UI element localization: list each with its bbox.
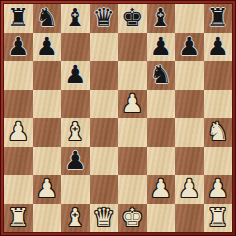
square-e3[interactable] <box>118 147 147 176</box>
piece-white-bishop[interactable]: ♝ <box>64 118 86 146</box>
square-c7[interactable] <box>61 33 90 62</box>
piece-black-queen[interactable]: ♛ <box>93 4 115 32</box>
square-f5[interactable] <box>147 90 176 119</box>
square-c4[interactable]: ♝ <box>61 118 90 147</box>
square-b1[interactable] <box>33 204 62 233</box>
square-d8[interactable]: ♛ <box>90 4 119 33</box>
square-a3[interactable] <box>4 147 33 176</box>
square-f3[interactable] <box>147 147 176 176</box>
square-d4[interactable] <box>90 118 119 147</box>
square-b6[interactable] <box>33 61 62 90</box>
square-d5[interactable] <box>90 90 119 119</box>
piece-white-knight[interactable]: ♞ <box>207 118 229 146</box>
piece-white-pawn[interactable]: ♟ <box>150 175 172 203</box>
board-frame: ♜♞♝♛♚♝♜♟♟♟♟♟♟♞♟♟♝♞♟♟♟♟♟♜♝♛♚♜ <box>0 0 236 236</box>
square-c5[interactable] <box>61 90 90 119</box>
piece-black-pawn[interactable]: ♟ <box>178 33 200 61</box>
piece-black-knight[interactable]: ♞ <box>150 61 172 89</box>
square-c1[interactable]: ♝ <box>61 204 90 233</box>
piece-black-rook[interactable]: ♜ <box>7 4 29 32</box>
chess-board: ♜♞♝♛♚♝♜♟♟♟♟♟♟♞♟♟♝♞♟♟♟♟♟♜♝♛♚♜ <box>4 4 232 232</box>
square-e4[interactable] <box>118 118 147 147</box>
square-f4[interactable] <box>147 118 176 147</box>
square-e1[interactable]: ♚ <box>118 204 147 233</box>
piece-black-bishop[interactable]: ♝ <box>150 4 172 32</box>
square-h4[interactable]: ♞ <box>204 118 233 147</box>
square-a5[interactable] <box>4 90 33 119</box>
square-g2[interactable]: ♟ <box>175 175 204 204</box>
piece-black-pawn[interactable]: ♟ <box>207 33 229 61</box>
piece-black-pawn[interactable]: ♟ <box>36 33 58 61</box>
piece-white-pawn[interactable]: ♟ <box>36 175 58 203</box>
piece-black-knight[interactable]: ♞ <box>36 4 58 32</box>
piece-black-pawn[interactable]: ♟ <box>150 33 172 61</box>
square-a2[interactable] <box>4 175 33 204</box>
square-h3[interactable] <box>204 147 233 176</box>
piece-white-rook[interactable]: ♜ <box>207 204 229 232</box>
piece-black-rook[interactable]: ♜ <box>207 4 229 32</box>
piece-white-rook[interactable]: ♜ <box>7 204 29 232</box>
square-f7[interactable]: ♟ <box>147 33 176 62</box>
square-d2[interactable] <box>90 175 119 204</box>
square-h2[interactable]: ♟ <box>204 175 233 204</box>
piece-white-bishop[interactable]: ♝ <box>64 204 86 232</box>
square-e8[interactable]: ♚ <box>118 4 147 33</box>
square-d1[interactable]: ♛ <box>90 204 119 233</box>
square-f8[interactable]: ♝ <box>147 4 176 33</box>
square-b4[interactable] <box>33 118 62 147</box>
piece-white-pawn[interactable]: ♟ <box>207 175 229 203</box>
square-b2[interactable]: ♟ <box>33 175 62 204</box>
square-g5[interactable] <box>175 90 204 119</box>
square-e7[interactable] <box>118 33 147 62</box>
piece-white-pawn[interactable]: ♟ <box>7 118 29 146</box>
square-d3[interactable] <box>90 147 119 176</box>
square-e6[interactable] <box>118 61 147 90</box>
square-d7[interactable] <box>90 33 119 62</box>
square-h6[interactable] <box>204 61 233 90</box>
square-h5[interactable] <box>204 90 233 119</box>
piece-black-bishop[interactable]: ♝ <box>64 4 86 32</box>
square-g8[interactable] <box>175 4 204 33</box>
square-b8[interactable]: ♞ <box>33 4 62 33</box>
piece-black-pawn[interactable]: ♟ <box>64 147 86 175</box>
square-h8[interactable]: ♜ <box>204 4 233 33</box>
square-g1[interactable] <box>175 204 204 233</box>
square-h7[interactable]: ♟ <box>204 33 233 62</box>
square-c2[interactable] <box>61 175 90 204</box>
square-c6[interactable]: ♟ <box>61 61 90 90</box>
square-b5[interactable] <box>33 90 62 119</box>
square-c8[interactable]: ♝ <box>61 4 90 33</box>
square-b7[interactable]: ♟ <box>33 33 62 62</box>
square-g6[interactable] <box>175 61 204 90</box>
square-a1[interactable]: ♜ <box>4 204 33 233</box>
square-e2[interactable] <box>118 175 147 204</box>
square-c3[interactable]: ♟ <box>61 147 90 176</box>
square-a4[interactable]: ♟ <box>4 118 33 147</box>
square-h1[interactable]: ♜ <box>204 204 233 233</box>
piece-white-queen[interactable]: ♛ <box>93 204 115 232</box>
square-f6[interactable]: ♞ <box>147 61 176 90</box>
square-d6[interactable] <box>90 61 119 90</box>
square-a8[interactable]: ♜ <box>4 4 33 33</box>
square-a7[interactable]: ♟ <box>4 33 33 62</box>
piece-white-king[interactable]: ♚ <box>121 204 143 232</box>
square-a6[interactable] <box>4 61 33 90</box>
square-e5[interactable]: ♟ <box>118 90 147 119</box>
piece-white-pawn[interactable]: ♟ <box>121 90 143 118</box>
piece-white-pawn[interactable]: ♟ <box>178 175 200 203</box>
square-g7[interactable]: ♟ <box>175 33 204 62</box>
piece-black-king[interactable]: ♚ <box>121 4 143 32</box>
square-f2[interactable]: ♟ <box>147 175 176 204</box>
square-g3[interactable] <box>175 147 204 176</box>
piece-black-pawn[interactable]: ♟ <box>64 61 86 89</box>
piece-black-pawn[interactable]: ♟ <box>7 33 29 61</box>
square-f1[interactable] <box>147 204 176 233</box>
square-b3[interactable] <box>33 147 62 176</box>
square-g4[interactable] <box>175 118 204 147</box>
